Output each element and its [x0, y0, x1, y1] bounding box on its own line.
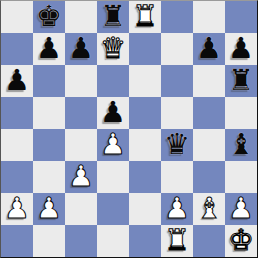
square-d4[interactable]: ♟ [97, 129, 129, 161]
square-a3[interactable] [1, 161, 33, 193]
piece-white-bishop[interactable]: ♝ [193, 193, 225, 225]
square-f2[interactable]: ♟ [161, 193, 193, 225]
chess-board: ♚♜♜♟♟♛♟♟♟♜♟♟♛♝♟♟♟♟♝♟♜♚ [1, 1, 257, 257]
piece-black-pawn[interactable]: ♟ [193, 33, 225, 65]
square-f7[interactable] [161, 33, 193, 65]
piece-white-rook[interactable]: ♜ [129, 1, 161, 33]
square-b4[interactable] [33, 129, 65, 161]
square-a8[interactable] [1, 1, 33, 33]
square-g5[interactable] [193, 97, 225, 129]
square-h3[interactable] [225, 161, 257, 193]
square-h7[interactable]: ♟ [225, 33, 257, 65]
square-e1[interactable] [129, 225, 161, 257]
square-e6[interactable] [129, 65, 161, 97]
square-c7[interactable]: ♟ [65, 33, 97, 65]
square-h1[interactable]: ♚ [225, 225, 257, 257]
piece-black-queen[interactable]: ♛ [161, 129, 193, 161]
piece-black-pawn[interactable]: ♟ [33, 33, 65, 65]
square-e7[interactable] [129, 33, 161, 65]
square-d1[interactable] [97, 225, 129, 257]
square-h2[interactable]: ♟ [225, 193, 257, 225]
square-b6[interactable] [33, 65, 65, 97]
square-b8[interactable]: ♚ [33, 1, 65, 33]
piece-black-bishop[interactable]: ♝ [225, 129, 257, 161]
piece-white-pawn[interactable]: ♟ [225, 193, 257, 225]
square-g2[interactable]: ♝ [193, 193, 225, 225]
square-g8[interactable] [193, 1, 225, 33]
piece-black-pawn[interactable]: ♟ [65, 33, 97, 65]
square-c4[interactable] [65, 129, 97, 161]
piece-white-pawn[interactable]: ♟ [97, 129, 129, 161]
square-g7[interactable]: ♟ [193, 33, 225, 65]
square-g3[interactable] [193, 161, 225, 193]
piece-white-queen[interactable]: ♛ [97, 33, 129, 65]
piece-white-pawn[interactable]: ♟ [161, 193, 193, 225]
square-d8[interactable]: ♜ [97, 1, 129, 33]
square-d6[interactable] [97, 65, 129, 97]
square-a7[interactable] [1, 33, 33, 65]
square-f1[interactable]: ♜ [161, 225, 193, 257]
piece-white-pawn[interactable]: ♟ [65, 161, 97, 193]
square-h8[interactable] [225, 1, 257, 33]
piece-black-king[interactable]: ♚ [33, 1, 65, 33]
square-c2[interactable] [65, 193, 97, 225]
square-a1[interactable] [1, 225, 33, 257]
piece-black-pawn[interactable]: ♟ [225, 33, 257, 65]
square-e8[interactable]: ♜ [129, 1, 161, 33]
square-c5[interactable] [65, 97, 97, 129]
square-f5[interactable] [161, 97, 193, 129]
piece-black-rook[interactable]: ♜ [225, 65, 257, 97]
square-b5[interactable] [33, 97, 65, 129]
square-a4[interactable] [1, 129, 33, 161]
square-d5[interactable]: ♟ [97, 97, 129, 129]
piece-white-king[interactable]: ♚ [225, 225, 257, 257]
square-c8[interactable] [65, 1, 97, 33]
square-g1[interactable] [193, 225, 225, 257]
square-h5[interactable] [225, 97, 257, 129]
piece-white-pawn[interactable]: ♟ [33, 193, 65, 225]
piece-black-pawn[interactable]: ♟ [1, 65, 33, 97]
square-b3[interactable] [33, 161, 65, 193]
square-f4[interactable]: ♛ [161, 129, 193, 161]
square-e5[interactable] [129, 97, 161, 129]
square-a2[interactable]: ♟ [1, 193, 33, 225]
piece-black-pawn[interactable]: ♟ [97, 97, 129, 129]
square-e3[interactable] [129, 161, 161, 193]
square-a5[interactable] [1, 97, 33, 129]
square-g6[interactable] [193, 65, 225, 97]
square-h4[interactable]: ♝ [225, 129, 257, 161]
square-h6[interactable]: ♜ [225, 65, 257, 97]
square-a6[interactable]: ♟ [1, 65, 33, 97]
square-d2[interactable] [97, 193, 129, 225]
piece-white-rook[interactable]: ♜ [161, 225, 193, 257]
square-b7[interactable]: ♟ [33, 33, 65, 65]
square-f6[interactable] [161, 65, 193, 97]
square-b1[interactable] [33, 225, 65, 257]
square-g4[interactable] [193, 129, 225, 161]
square-d7[interactable]: ♛ [97, 33, 129, 65]
square-f3[interactable] [161, 161, 193, 193]
piece-white-pawn[interactable]: ♟ [1, 193, 33, 225]
square-e2[interactable] [129, 193, 161, 225]
square-c1[interactable] [65, 225, 97, 257]
square-b2[interactable]: ♟ [33, 193, 65, 225]
square-c3[interactable]: ♟ [65, 161, 97, 193]
square-c6[interactable] [65, 65, 97, 97]
square-d3[interactable] [97, 161, 129, 193]
square-f8[interactable] [161, 1, 193, 33]
piece-black-rook[interactable]: ♜ [97, 1, 129, 33]
chess-board-frame: ♚♜♜♟♟♛♟♟♟♜♟♟♛♝♟♟♟♟♝♟♜♚ [0, 0, 258, 258]
square-e4[interactable] [129, 129, 161, 161]
